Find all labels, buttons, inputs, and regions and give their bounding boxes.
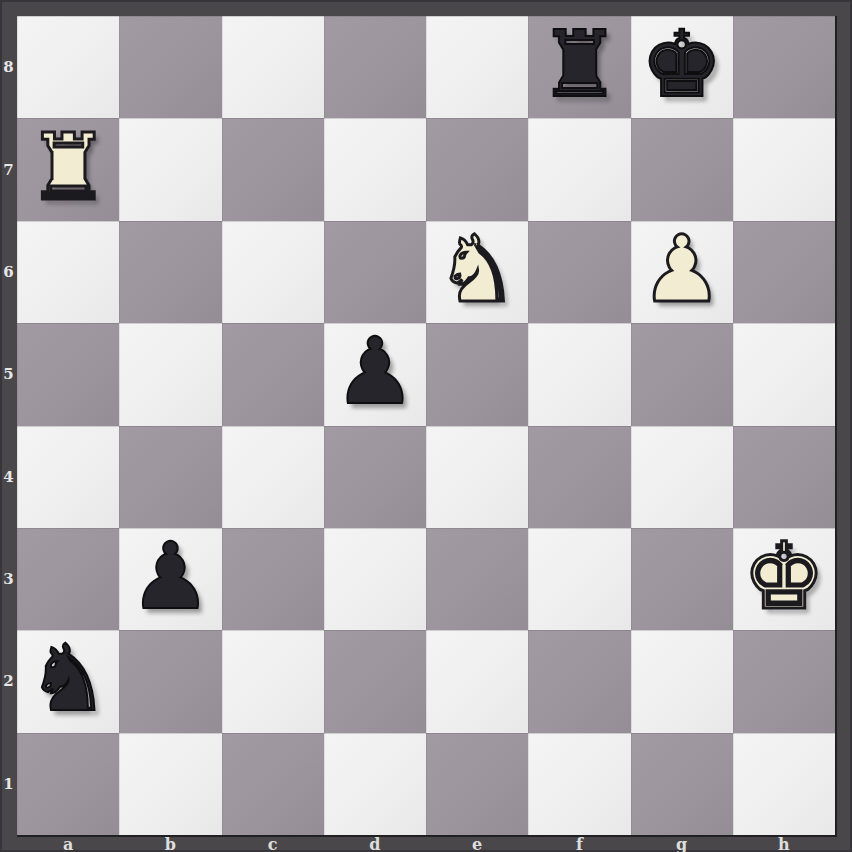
square-e6[interactable]: ♞	[426, 221, 528, 323]
piece-black-pawn[interactable]: ♟	[129, 531, 211, 623]
square-a7[interactable]: ♜	[17, 118, 119, 220]
square-c1[interactable]	[222, 733, 324, 835]
square-h8[interactable]	[733, 16, 835, 118]
square-g8[interactable]: ♚	[631, 16, 733, 118]
square-b3[interactable]: ♟	[119, 528, 221, 630]
square-a8[interactable]	[17, 16, 119, 118]
square-e7[interactable]	[426, 118, 528, 220]
square-a5[interactable]	[17, 323, 119, 425]
square-d8[interactable]	[324, 16, 426, 118]
square-d1[interactable]	[324, 733, 426, 835]
piece-black-rook[interactable]: ♜	[538, 19, 620, 111]
square-a4[interactable]	[17, 426, 119, 528]
square-e3[interactable]	[426, 528, 528, 630]
square-c5[interactable]	[222, 323, 324, 425]
file-label-c: c	[222, 836, 324, 852]
square-d6[interactable]	[324, 221, 426, 323]
square-b7[interactable]	[119, 118, 221, 220]
rank-label-7: 7	[0, 118, 17, 220]
square-d3[interactable]	[324, 528, 426, 630]
square-f8[interactable]: ♜	[528, 16, 630, 118]
chess-board: ♜♚♜♞♟♟♟♚♞	[17, 16, 837, 837]
square-c4[interactable]	[222, 426, 324, 528]
square-a6[interactable]	[17, 221, 119, 323]
rank-label-3: 3	[0, 528, 17, 630]
square-e1[interactable]	[426, 733, 528, 835]
square-a1[interactable]	[17, 733, 119, 835]
square-c7[interactable]	[222, 118, 324, 220]
square-f4[interactable]	[528, 426, 630, 528]
square-h3[interactable]: ♚	[733, 528, 835, 630]
square-b8[interactable]	[119, 16, 221, 118]
square-f7[interactable]	[528, 118, 630, 220]
rank-label-6: 6	[0, 221, 17, 323]
square-d7[interactable]	[324, 118, 426, 220]
file-label-h: h	[733, 836, 835, 852]
square-b6[interactable]	[119, 221, 221, 323]
piece-white-rook[interactable]: ♜	[27, 122, 109, 214]
square-d4[interactable]	[324, 426, 426, 528]
file-label-g: g	[631, 836, 733, 852]
piece-white-knight[interactable]: ♞	[436, 224, 518, 316]
rank-label-1: 1	[0, 733, 17, 835]
square-b5[interactable]	[119, 323, 221, 425]
square-a3[interactable]	[17, 528, 119, 630]
square-h5[interactable]	[733, 323, 835, 425]
file-label-b: b	[119, 836, 221, 852]
file-label-e: e	[426, 836, 528, 852]
square-g3[interactable]	[631, 528, 733, 630]
rank-label-8: 8	[0, 16, 17, 118]
square-h2[interactable]	[733, 630, 835, 732]
square-f1[interactable]	[528, 733, 630, 835]
square-g7[interactable]	[631, 118, 733, 220]
square-b1[interactable]	[119, 733, 221, 835]
piece-black-knight[interactable]: ♞	[27, 633, 109, 725]
square-e2[interactable]	[426, 630, 528, 732]
square-f3[interactable]	[528, 528, 630, 630]
square-c6[interactable]	[222, 221, 324, 323]
square-c2[interactable]	[222, 630, 324, 732]
square-e5[interactable]	[426, 323, 528, 425]
chess-board-frame: ♜♚♜♞♟♟♟♚♞ 87654321abcdefgh	[0, 0, 852, 852]
piece-black-pawn[interactable]: ♟	[334, 326, 416, 418]
file-label-d: d	[324, 836, 426, 852]
square-h1[interactable]	[733, 733, 835, 835]
square-e8[interactable]	[426, 16, 528, 118]
piece-white-king[interactable]: ♚	[743, 531, 825, 623]
square-g1[interactable]	[631, 733, 733, 835]
square-c3[interactable]	[222, 528, 324, 630]
square-h7[interactable]	[733, 118, 835, 220]
square-f6[interactable]	[528, 221, 630, 323]
square-c8[interactable]	[222, 16, 324, 118]
square-g2[interactable]	[631, 630, 733, 732]
square-g4[interactable]	[631, 426, 733, 528]
square-e4[interactable]	[426, 426, 528, 528]
piece-black-king[interactable]: ♚	[640, 19, 722, 111]
rank-label-5: 5	[0, 323, 17, 425]
square-g6[interactable]: ♟	[631, 221, 733, 323]
square-h6[interactable]	[733, 221, 835, 323]
rank-label-2: 2	[0, 630, 17, 732]
square-f5[interactable]	[528, 323, 630, 425]
file-label-f: f	[528, 836, 630, 852]
square-b2[interactable]	[119, 630, 221, 732]
square-d2[interactable]	[324, 630, 426, 732]
piece-white-pawn[interactable]: ♟	[640, 224, 722, 316]
square-d5[interactable]: ♟	[324, 323, 426, 425]
square-b4[interactable]	[119, 426, 221, 528]
square-h4[interactable]	[733, 426, 835, 528]
rank-label-4: 4	[0, 426, 17, 528]
square-a2[interactable]: ♞	[17, 630, 119, 732]
square-g5[interactable]	[631, 323, 733, 425]
file-label-a: a	[17, 836, 119, 852]
square-f2[interactable]	[528, 630, 630, 732]
